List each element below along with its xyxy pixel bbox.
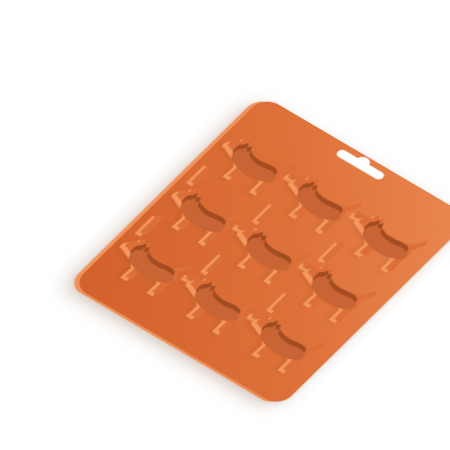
mold-tray-graphic [72, 96, 450, 407]
product-photo: Orange silicone dachshund dog mold tray,… [40, 16, 450, 450]
mold-tray [72, 96, 450, 407]
